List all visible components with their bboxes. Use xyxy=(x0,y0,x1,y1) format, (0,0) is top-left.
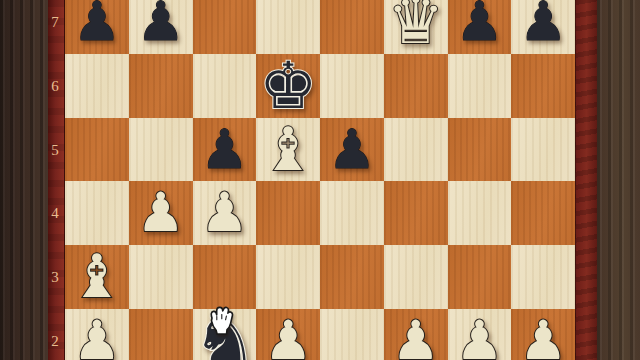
piece-white-pawn-g2[interactable]: ♟ xyxy=(448,309,512,360)
square-h4[interactable] xyxy=(511,181,575,245)
square-a2[interactable]: ♟ xyxy=(65,309,129,360)
square-b2[interactable] xyxy=(129,309,193,360)
square-d2[interactable]: ♟ xyxy=(256,309,320,360)
square-g2[interactable]: ♟ xyxy=(448,309,512,360)
square-f2[interactable]: ♟ xyxy=(384,309,448,360)
square-b6[interactable] xyxy=(129,54,193,118)
square-h7[interactable]: ♟ xyxy=(511,0,575,54)
square-b3[interactable] xyxy=(129,245,193,309)
piece-black-pawn-g7[interactable]: ♟ xyxy=(448,0,512,54)
rank-label-5: 5 xyxy=(46,141,64,159)
square-a7[interactable]: ♟ xyxy=(65,0,129,54)
piece-black-knight-c2[interactable]: ♞ xyxy=(188,302,261,360)
square-f3[interactable] xyxy=(384,245,448,309)
square-c6[interactable] xyxy=(193,54,257,118)
rank-label-3: 3 xyxy=(46,268,64,286)
square-b5[interactable] xyxy=(129,118,193,182)
square-a4[interactable] xyxy=(65,181,129,245)
square-c5[interactable]: ♟ xyxy=(193,118,257,182)
square-c2[interactable]: ♞ xyxy=(193,309,257,360)
frame-wood-left xyxy=(0,0,48,360)
square-f6[interactable] xyxy=(384,54,448,118)
square-e7[interactable] xyxy=(320,0,384,54)
piece-white-pawn-d2[interactable]: ♟ xyxy=(256,309,320,360)
chess-board[interactable]: ♟♟♛♟♟♚♟♝♟♟♟♝♟♞♟♟♟♟ xyxy=(65,0,575,360)
square-a5[interactable] xyxy=(65,118,129,182)
square-h5[interactable] xyxy=(511,118,575,182)
square-d3[interactable] xyxy=(256,245,320,309)
square-a3[interactable]: ♝ xyxy=(65,245,129,309)
piece-white-pawn-a2[interactable]: ♟ xyxy=(65,309,129,360)
square-h3[interactable] xyxy=(511,245,575,309)
square-g7[interactable]: ♟ xyxy=(448,0,512,54)
piece-black-pawn-c5[interactable]: ♟ xyxy=(193,118,257,182)
piece-black-pawn-a7[interactable]: ♟ xyxy=(65,0,129,54)
piece-black-pawn-e5[interactable]: ♟ xyxy=(320,118,384,182)
rank-label-4: 4 xyxy=(46,204,64,222)
square-e3[interactable] xyxy=(320,245,384,309)
rank-label-7: 7 xyxy=(46,13,64,31)
square-b4[interactable]: ♟ xyxy=(129,181,193,245)
piece-white-queen-f7[interactable]: ♛ xyxy=(384,0,448,54)
square-g5[interactable] xyxy=(448,118,512,182)
frame-red-left xyxy=(48,0,65,360)
square-d5[interactable]: ♝ xyxy=(256,118,320,182)
square-c7[interactable] xyxy=(193,0,257,54)
square-d6[interactable]: ♚ xyxy=(256,54,320,118)
square-d7[interactable] xyxy=(256,0,320,54)
rank-label-6: 6 xyxy=(46,77,64,95)
rank-label-2: 2 xyxy=(46,332,64,350)
chess-app-stage: ♟♟♛♟♟♚♟♝♟♟♟♝♟♞♟♟♟♟ 765432 xyxy=(0,0,640,360)
square-e2[interactable] xyxy=(320,309,384,360)
square-f7[interactable]: ♛ xyxy=(384,0,448,54)
frame-wood-right xyxy=(597,0,640,360)
piece-white-pawn-c4[interactable]: ♟ xyxy=(193,181,257,245)
square-f5[interactable] xyxy=(384,118,448,182)
piece-black-pawn-h7[interactable]: ♟ xyxy=(511,0,575,54)
piece-white-bishop-a3[interactable]: ♝ xyxy=(65,245,129,309)
piece-black-pawn-b7[interactable]: ♟ xyxy=(129,0,193,54)
square-a6[interactable] xyxy=(65,54,129,118)
piece-white-pawn-b4[interactable]: ♟ xyxy=(129,181,193,245)
square-c4[interactable]: ♟ xyxy=(193,181,257,245)
square-h6[interactable] xyxy=(511,54,575,118)
square-g3[interactable] xyxy=(448,245,512,309)
square-f4[interactable] xyxy=(384,181,448,245)
piece-black-king-d6[interactable]: ♚ xyxy=(256,54,320,118)
piece-white-pawn-f2[interactable]: ♟ xyxy=(384,309,448,360)
frame-red-right xyxy=(575,0,597,360)
square-d4[interactable] xyxy=(256,181,320,245)
square-e5[interactable]: ♟ xyxy=(320,118,384,182)
piece-white-pawn-h2[interactable]: ♟ xyxy=(511,309,575,360)
square-h2[interactable]: ♟ xyxy=(511,309,575,360)
square-b7[interactable]: ♟ xyxy=(129,0,193,54)
square-g6[interactable] xyxy=(448,54,512,118)
square-g4[interactable] xyxy=(448,181,512,245)
piece-white-bishop-d5[interactable]: ♝ xyxy=(256,118,320,182)
square-e4[interactable] xyxy=(320,181,384,245)
square-e6[interactable] xyxy=(320,54,384,118)
